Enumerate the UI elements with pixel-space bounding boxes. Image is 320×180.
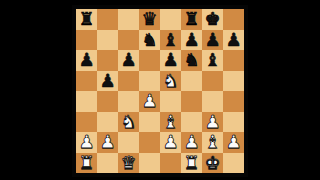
square-a8[interactable]: ♜ [76,9,97,30]
square-f1[interactable]: ♜ [181,153,202,174]
piece-white-pawn[interactable]: ♟ [183,133,199,151]
square-g3[interactable]: ♟ [202,112,223,133]
square-e6[interactable]: ♟ [160,50,181,71]
piece-white-pawn[interactable]: ♟ [78,133,94,151]
square-g7[interactable]: ♟ [202,30,223,51]
square-h3[interactable] [223,112,244,133]
square-a7[interactable] [76,30,97,51]
piece-white-queen[interactable]: ♛ [120,153,136,171]
square-e4[interactable] [160,91,181,112]
square-e2[interactable]: ♟ [160,132,181,153]
square-g8[interactable]: ♚ [202,9,223,30]
square-d2[interactable] [139,132,160,153]
square-c8[interactable] [118,9,139,30]
piece-white-pawn[interactable]: ♟ [225,133,241,151]
square-d4[interactable]: ♟ [139,91,160,112]
piece-black-rook[interactable]: ♜ [183,10,199,28]
square-a5[interactable] [76,71,97,92]
square-f3[interactable] [181,112,202,133]
square-c1[interactable]: ♛ [118,153,139,174]
square-g1[interactable]: ♚ [202,153,223,174]
piece-white-king[interactable]: ♚ [204,153,220,171]
piece-black-queen[interactable]: ♛ [141,10,157,28]
square-h8[interactable] [223,9,244,30]
piece-white-rook[interactable]: ♜ [78,153,94,171]
square-c6[interactable]: ♟ [118,50,139,71]
piece-black-rook[interactable]: ♜ [78,10,94,28]
square-g5[interactable] [202,71,223,92]
piece-black-pawn[interactable]: ♟ [183,30,199,48]
square-f8[interactable]: ♜ [181,9,202,30]
square-c5[interactable] [118,71,139,92]
square-f6[interactable]: ♞ [181,50,202,71]
piece-white-bishop[interactable]: ♝ [162,112,178,130]
square-h5[interactable] [223,71,244,92]
piece-white-pawn[interactable]: ♟ [141,92,157,110]
letterbox-left [0,0,70,180]
square-e7[interactable]: ♝ [160,30,181,51]
piece-white-knight[interactable]: ♞ [120,112,136,130]
square-g4[interactable] [202,91,223,112]
square-d8[interactable]: ♛ [139,9,160,30]
piece-white-pawn[interactable]: ♟ [162,133,178,151]
piece-black-pawn[interactable]: ♟ [162,51,178,69]
square-c7[interactable] [118,30,139,51]
piece-white-bishop[interactable]: ♝ [204,133,220,151]
piece-black-bishop[interactable]: ♝ [162,30,178,48]
piece-black-knight[interactable]: ♞ [141,30,157,48]
piece-black-pawn[interactable]: ♟ [78,51,94,69]
piece-black-bishop[interactable]: ♝ [204,51,220,69]
square-g6[interactable]: ♝ [202,50,223,71]
square-c2[interactable] [118,132,139,153]
chess-board: ♜♛♜♚♞♝♟♟♟♟♟♟♞♝♟♞♟♞♝♟♟♟♟♟♝♟♜♛♜♚ [76,9,244,173]
piece-black-knight[interactable]: ♞ [183,51,199,69]
square-a4[interactable] [76,91,97,112]
square-h4[interactable] [223,91,244,112]
square-h2[interactable]: ♟ [223,132,244,153]
square-h1[interactable] [223,153,244,174]
piece-black-pawn[interactable]: ♟ [225,30,241,48]
piece-black-pawn[interactable]: ♟ [99,71,115,89]
letterbox-right [250,0,320,180]
piece-white-rook[interactable]: ♜ [183,153,199,171]
piece-black-pawn[interactable]: ♟ [204,30,220,48]
video-frame: ♜♛♜♚♞♝♟♟♟♟♟♟♞♝♟♞♟♞♝♟♟♟♟♟♝♟♜♛♜♚ [0,0,320,180]
square-f7[interactable]: ♟ [181,30,202,51]
square-b3[interactable] [97,112,118,133]
board-frame: ♜♛♜♚♞♝♟♟♟♟♟♟♞♝♟♞♟♞♝♟♟♟♟♟♝♟♜♛♜♚ [72,5,248,177]
square-e3[interactable]: ♝ [160,112,181,133]
piece-white-pawn[interactable]: ♟ [99,133,115,151]
square-e5[interactable]: ♞ [160,71,181,92]
square-f5[interactable] [181,71,202,92]
square-c3[interactable]: ♞ [118,112,139,133]
square-h7[interactable]: ♟ [223,30,244,51]
square-b2[interactable]: ♟ [97,132,118,153]
square-d7[interactable]: ♞ [139,30,160,51]
square-c4[interactable] [118,91,139,112]
square-e1[interactable] [160,153,181,174]
square-b8[interactable] [97,9,118,30]
square-g2[interactable]: ♝ [202,132,223,153]
square-b4[interactable] [97,91,118,112]
square-b5[interactable]: ♟ [97,71,118,92]
square-d6[interactable] [139,50,160,71]
square-f2[interactable]: ♟ [181,132,202,153]
square-a1[interactable]: ♜ [76,153,97,174]
square-a3[interactable] [76,112,97,133]
piece-white-knight[interactable]: ♞ [162,71,178,89]
piece-black-pawn[interactable]: ♟ [120,51,136,69]
square-d5[interactable] [139,71,160,92]
piece-white-pawn[interactable]: ♟ [204,112,220,130]
square-d1[interactable] [139,153,160,174]
square-e8[interactable] [160,9,181,30]
square-f4[interactable] [181,91,202,112]
square-d3[interactable] [139,112,160,133]
square-h6[interactable] [223,50,244,71]
square-b7[interactable] [97,30,118,51]
piece-black-king[interactable]: ♚ [204,10,220,28]
square-b1[interactable] [97,153,118,174]
square-a2[interactable]: ♟ [76,132,97,153]
square-b6[interactable] [97,50,118,71]
square-a6[interactable]: ♟ [76,50,97,71]
